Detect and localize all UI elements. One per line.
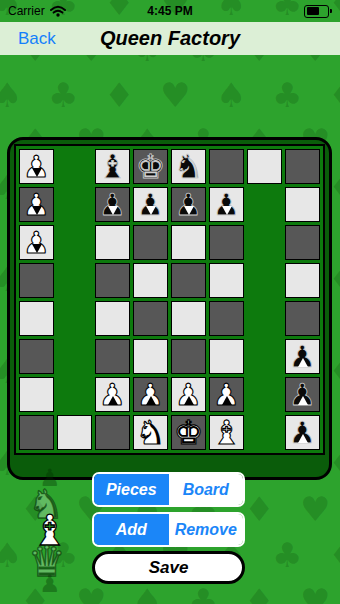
square-h3[interactable] (285, 225, 320, 260)
white-pawn-icon: ♟ (23, 152, 50, 182)
missing-square-g4[interactable] (247, 263, 282, 298)
square-a8[interactable] (19, 415, 54, 450)
card-suit-decoration-icon: ♣ (48, 78, 78, 112)
card-suit-decoration-icon: ♣ (272, 78, 302, 112)
square-d3[interactable] (133, 225, 168, 260)
card-suit-decoration-icon: ♦ (244, 492, 274, 526)
add-remove-segmented-control: Add Remove (92, 512, 245, 547)
white-king-icon: ♚ (174, 416, 204, 449)
black-pawn-icon: ♟ (99, 190, 126, 220)
square-h5[interactable] (285, 301, 320, 336)
pawn-direction-down-icon (184, 206, 194, 215)
square-c2[interactable]: ♟ (95, 187, 130, 222)
card-suit-decoration-icon: ♥ (300, 584, 330, 604)
card-suit-decoration-icon: ♠ (0, 538, 22, 572)
page-title: Queen Factory (0, 22, 340, 55)
pieces-segment[interactable]: Pieces (94, 474, 169, 505)
white-pawn-icon: ♟ (175, 380, 202, 410)
square-h4[interactable] (285, 263, 320, 298)
app-screen: ♠♣♦♥♠♣♦♦♥♠♣♦♥♠♠♣♦♥♠♣♦♦♥♠♣♦♥♠♠♣♦♥♠♣♦♦♥♠♣♦… (0, 0, 340, 604)
square-h6[interactable]: ♟ (285, 339, 320, 374)
square-h7[interactable]: ♟ (285, 377, 320, 412)
pawn-direction-up-icon (184, 396, 194, 405)
square-a5[interactable] (19, 301, 54, 336)
square-c4[interactable] (95, 263, 130, 298)
black-knight-icon: ♞ (174, 150, 204, 183)
square-c8[interactable] (95, 415, 130, 450)
square-a6[interactable] (19, 339, 54, 374)
pawn-direction-down-icon (32, 168, 42, 177)
square-a2[interactable]: ♟ (19, 187, 54, 222)
missing-square-g6[interactable] (247, 339, 282, 374)
square-h2[interactable] (285, 187, 320, 222)
board-segment[interactable]: Board (169, 474, 244, 505)
white-pawn-icon: ♟ (137, 380, 164, 410)
square-e2[interactable]: ♟ (171, 187, 206, 222)
battery-icon (304, 5, 332, 18)
square-d1[interactable]: ♚ (133, 149, 168, 184)
picker-pawn-icon[interactable]: ♟ (39, 572, 61, 596)
black-pawn-icon: ♟ (213, 190, 240, 220)
pawn-direction-up-icon (146, 396, 156, 405)
square-c7[interactable]: ♟ (95, 377, 130, 412)
missing-square-b2[interactable] (57, 187, 92, 222)
square-d4[interactable] (133, 263, 168, 298)
pawn-direction-down-icon (108, 206, 118, 215)
pawn-direction-up-icon (108, 396, 118, 405)
square-e5[interactable] (171, 301, 206, 336)
board-surface: ♟♝♚♞♟♟♟♟♟♟♟♟♟♟♟♟♞♚♝♟ (14, 144, 325, 455)
square-f4[interactable] (209, 263, 244, 298)
square-a3[interactable]: ♟ (19, 225, 54, 260)
add-segment[interactable]: Add (94, 514, 169, 545)
white-pawn-icon: ♟ (213, 380, 240, 410)
card-suit-decoration-icon: ♣ (188, 584, 218, 604)
square-c3[interactable] (95, 225, 130, 260)
clock: 4:45 PM (0, 4, 340, 18)
black-king-icon: ♚ (136, 150, 166, 183)
square-a7[interactable] (19, 377, 54, 412)
square-f5[interactable] (209, 301, 244, 336)
missing-square-b1[interactable] (57, 149, 92, 184)
card-suit-decoration-icon: ♥ (76, 584, 106, 604)
card-suit-decoration-icon: ♦ (104, 78, 134, 112)
navigation-bar: Back Queen Factory (0, 22, 340, 55)
white-pawn-icon: ♟ (99, 380, 126, 410)
pawn-direction-up-icon (298, 434, 308, 443)
square-c5[interactable] (95, 301, 130, 336)
card-suit-decoration-icon: ♦ (328, 78, 340, 112)
missing-square-g5[interactable] (247, 301, 282, 336)
card-suit-decoration-icon: ♥ (160, 78, 190, 112)
card-suit-decoration-icon: ♣ (272, 538, 302, 572)
square-f2[interactable]: ♟ (209, 187, 244, 222)
square-e7[interactable]: ♟ (171, 377, 206, 412)
black-bishop-icon: ♝ (98, 150, 128, 183)
square-e1[interactable]: ♞ (171, 149, 206, 184)
missing-square-g3[interactable] (247, 225, 282, 260)
missing-square-b6[interactable] (57, 339, 92, 374)
black-pawn-icon: ♟ (289, 380, 316, 410)
square-a4[interactable] (19, 263, 54, 298)
pawn-direction-down-icon (32, 244, 42, 253)
black-pawn-icon: ♟ (289, 342, 316, 372)
card-suit-decoration-icon: ♥ (300, 492, 330, 526)
square-d8[interactable]: ♞ (133, 415, 168, 450)
save-button[interactable]: Save (92, 551, 245, 584)
pawn-direction-down-icon (146, 206, 156, 215)
missing-square-g7[interactable] (247, 377, 282, 412)
remove-segment[interactable]: Remove (169, 514, 244, 545)
pieces-board-segmented-control: Pieces Board (92, 472, 245, 507)
black-pawn-icon: ♟ (289, 418, 316, 448)
missing-square-b4[interactable] (57, 263, 92, 298)
status-bar: Carrier 4:45 PM (0, 0, 340, 22)
missing-square-g2[interactable] (247, 187, 282, 222)
square-g1[interactable] (247, 149, 282, 184)
pawn-direction-down-icon (32, 206, 42, 215)
square-d7[interactable]: ♟ (133, 377, 168, 412)
pawn-direction-up-icon (222, 396, 232, 405)
missing-square-g8[interactable] (247, 415, 282, 450)
square-f6[interactable] (209, 339, 244, 374)
white-bishop-icon: ♝ (212, 416, 242, 449)
square-c6[interactable] (95, 339, 130, 374)
black-pawn-icon: ♟ (137, 190, 164, 220)
square-d2[interactable]: ♟ (133, 187, 168, 222)
square-d5[interactable] (133, 301, 168, 336)
square-f8[interactable]: ♝ (209, 415, 244, 450)
square-e8[interactable]: ♚ (171, 415, 206, 450)
square-c1[interactable]: ♝ (95, 149, 130, 184)
square-f1[interactable] (209, 149, 244, 184)
card-suit-decoration-icon: ♠ (216, 78, 246, 112)
square-f7[interactable]: ♟ (209, 377, 244, 412)
square-e4[interactable] (171, 263, 206, 298)
chess-board: ♟♝♚♞♟♟♟♟♟♟♟♟♟♟♟♟♞♚♝♟ (7, 137, 332, 480)
pawn-direction-up-icon (298, 396, 308, 405)
card-suit-decoration-icon: ♦ (328, 538, 340, 572)
missing-square-b3[interactable] (57, 225, 92, 260)
square-b8[interactable] (57, 415, 92, 450)
square-e3[interactable] (171, 225, 206, 260)
square-d6[interactable] (133, 339, 168, 374)
square-h8[interactable]: ♟ (285, 415, 320, 450)
white-pawn-icon: ♟ (23, 228, 50, 258)
pawn-direction-down-icon (222, 206, 232, 215)
square-f3[interactable] (209, 225, 244, 260)
square-a1[interactable]: ♟ (19, 149, 54, 184)
card-suit-decoration-icon: ♠ (0, 78, 22, 112)
white-knight-icon: ♞ (136, 416, 166, 449)
square-e6[interactable] (171, 339, 206, 374)
card-suit-decoration-icon: ♦ (244, 584, 274, 604)
white-pawn-icon: ♟ (23, 190, 50, 220)
card-suit-decoration-icon: ♠ (132, 584, 162, 604)
missing-square-b5[interactable] (57, 301, 92, 336)
pawn-direction-up-icon (298, 358, 308, 367)
square-h1[interactable] (285, 149, 320, 184)
black-pawn-icon: ♟ (175, 190, 202, 220)
missing-square-b7[interactable] (57, 377, 92, 412)
